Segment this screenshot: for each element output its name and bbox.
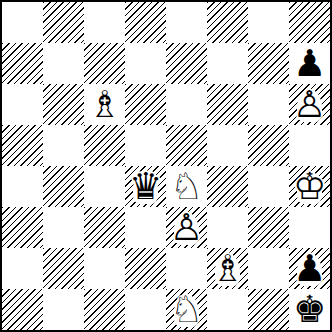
white-bishop-f2[interactable]: ♗ [207, 248, 248, 289]
square-e1[interactable]: ♘ [166, 289, 207, 330]
square-h6[interactable]: ♙ [289, 84, 330, 125]
square-b2[interactable] [43, 248, 84, 289]
black-king-h1[interactable]: ♚ [289, 289, 330, 330]
square-c8[interactable] [84, 2, 125, 43]
square-g1[interactable] [248, 289, 289, 330]
square-g6[interactable] [248, 84, 289, 125]
square-h5[interactable] [289, 125, 330, 166]
square-a3[interactable] [2, 207, 43, 248]
square-f8[interactable] [207, 2, 248, 43]
square-a4[interactable] [2, 166, 43, 207]
square-e6[interactable] [166, 84, 207, 125]
square-c3[interactable] [84, 207, 125, 248]
square-c7[interactable] [84, 43, 125, 84]
square-f3[interactable] [207, 207, 248, 248]
square-h3[interactable] [289, 207, 330, 248]
square-f4[interactable] [207, 166, 248, 207]
square-g4[interactable] [248, 166, 289, 207]
square-g7[interactable] [248, 43, 289, 84]
square-b8[interactable] [43, 2, 84, 43]
square-d1[interactable] [125, 289, 166, 330]
square-e5[interactable] [166, 125, 207, 166]
square-f5[interactable] [207, 125, 248, 166]
white-pawn-e3[interactable]: ♙ [166, 207, 207, 248]
square-d6[interactable] [125, 84, 166, 125]
chess-board: ♟♗♙♛♘♔♙♗♟♘♚ [2, 2, 330, 330]
square-g3[interactable] [248, 207, 289, 248]
square-a5[interactable] [2, 125, 43, 166]
square-h1[interactable]: ♚ [289, 289, 330, 330]
square-h7[interactable]: ♟ [289, 43, 330, 84]
square-b3[interactable] [43, 207, 84, 248]
square-c2[interactable] [84, 248, 125, 289]
square-d4[interactable]: ♛ [125, 166, 166, 207]
white-bishop-c6[interactable]: ♗ [84, 84, 125, 125]
white-pawn-h6[interactable]: ♙ [289, 84, 330, 125]
chess-board-frame: ♟♗♙♛♘♔♙♗♟♘♚ [0, 0, 332, 332]
square-g2[interactable] [248, 248, 289, 289]
black-pawn-h7[interactable]: ♟ [289, 43, 330, 84]
square-c4[interactable] [84, 166, 125, 207]
square-a2[interactable] [2, 248, 43, 289]
square-g5[interactable] [248, 125, 289, 166]
square-a8[interactable] [2, 2, 43, 43]
square-h4[interactable]: ♔ [289, 166, 330, 207]
square-b5[interactable] [43, 125, 84, 166]
square-d7[interactable] [125, 43, 166, 84]
square-a7[interactable] [2, 43, 43, 84]
black-queen-d4[interactable]: ♛ [125, 166, 166, 207]
square-a1[interactable] [2, 289, 43, 330]
square-b1[interactable] [43, 289, 84, 330]
square-e4[interactable]: ♘ [166, 166, 207, 207]
square-h2[interactable]: ♟ [289, 248, 330, 289]
square-e8[interactable] [166, 2, 207, 43]
square-f7[interactable] [207, 43, 248, 84]
white-king-h4[interactable]: ♔ [289, 166, 330, 207]
black-pawn-h2[interactable]: ♟ [289, 248, 330, 289]
square-f1[interactable] [207, 289, 248, 330]
square-e2[interactable] [166, 248, 207, 289]
square-d8[interactable] [125, 2, 166, 43]
square-h8[interactable] [289, 2, 330, 43]
square-f6[interactable] [207, 84, 248, 125]
square-c5[interactable] [84, 125, 125, 166]
square-d3[interactable] [125, 207, 166, 248]
square-e7[interactable] [166, 43, 207, 84]
square-d5[interactable] [125, 125, 166, 166]
square-c1[interactable] [84, 289, 125, 330]
square-g8[interactable] [248, 2, 289, 43]
square-b6[interactable] [43, 84, 84, 125]
square-b7[interactable] [43, 43, 84, 84]
square-e3[interactable]: ♙ [166, 207, 207, 248]
square-c6[interactable]: ♗ [84, 84, 125, 125]
square-a6[interactable] [2, 84, 43, 125]
square-b4[interactable] [43, 166, 84, 207]
square-f2[interactable]: ♗ [207, 248, 248, 289]
white-knight-e4[interactable]: ♘ [166, 166, 207, 207]
white-knight-e1[interactable]: ♘ [166, 289, 207, 330]
square-d2[interactable] [125, 248, 166, 289]
